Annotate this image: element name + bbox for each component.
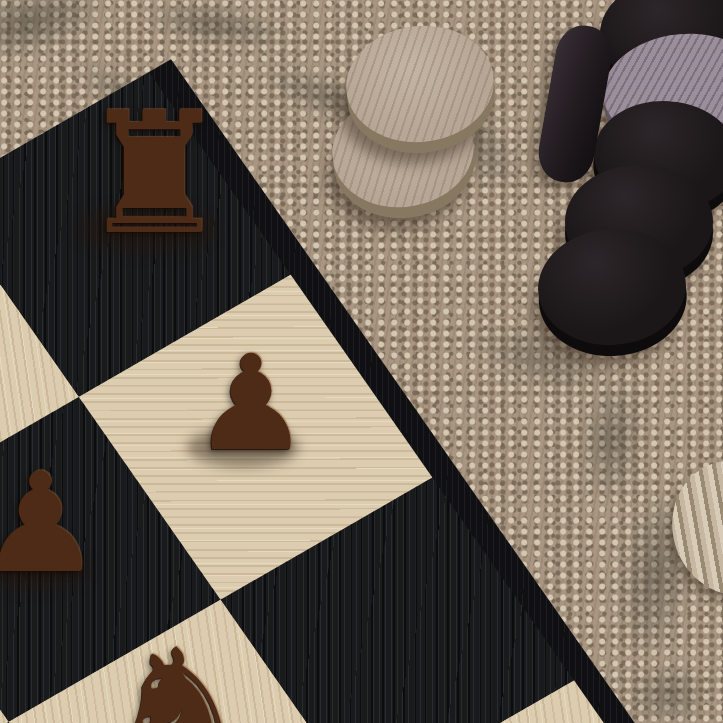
checker-disc-light-1 xyxy=(340,19,499,150)
chess-piece-pawn-left: ♟ xyxy=(0,455,102,593)
photo-scene: ♜♟♟♞ xyxy=(0,0,723,723)
chess-piece-knight: ♞ xyxy=(109,628,252,723)
chess-piece-pawn-center: ♟ xyxy=(192,337,310,469)
checker-disc-dark-7 xyxy=(534,224,690,350)
chess-piece-rook: ♜ xyxy=(79,90,230,258)
